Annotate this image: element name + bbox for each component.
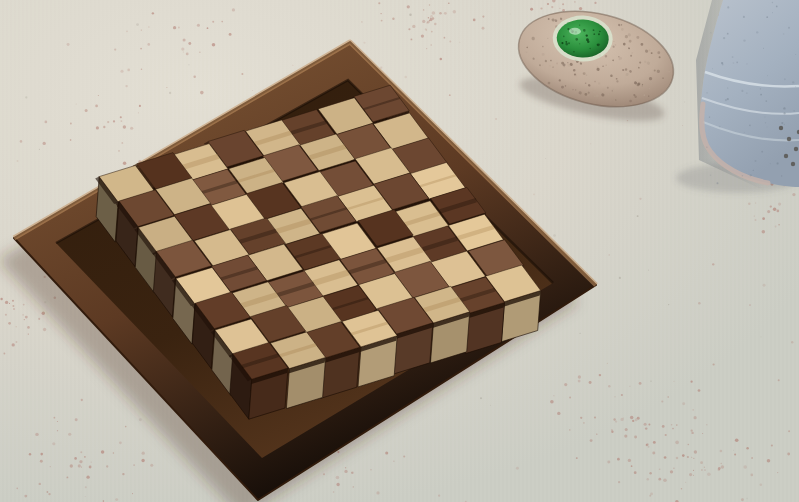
ceramic-cup [696,0,799,190]
photo-scene [0,0,799,502]
scene-canvas [0,0,799,502]
